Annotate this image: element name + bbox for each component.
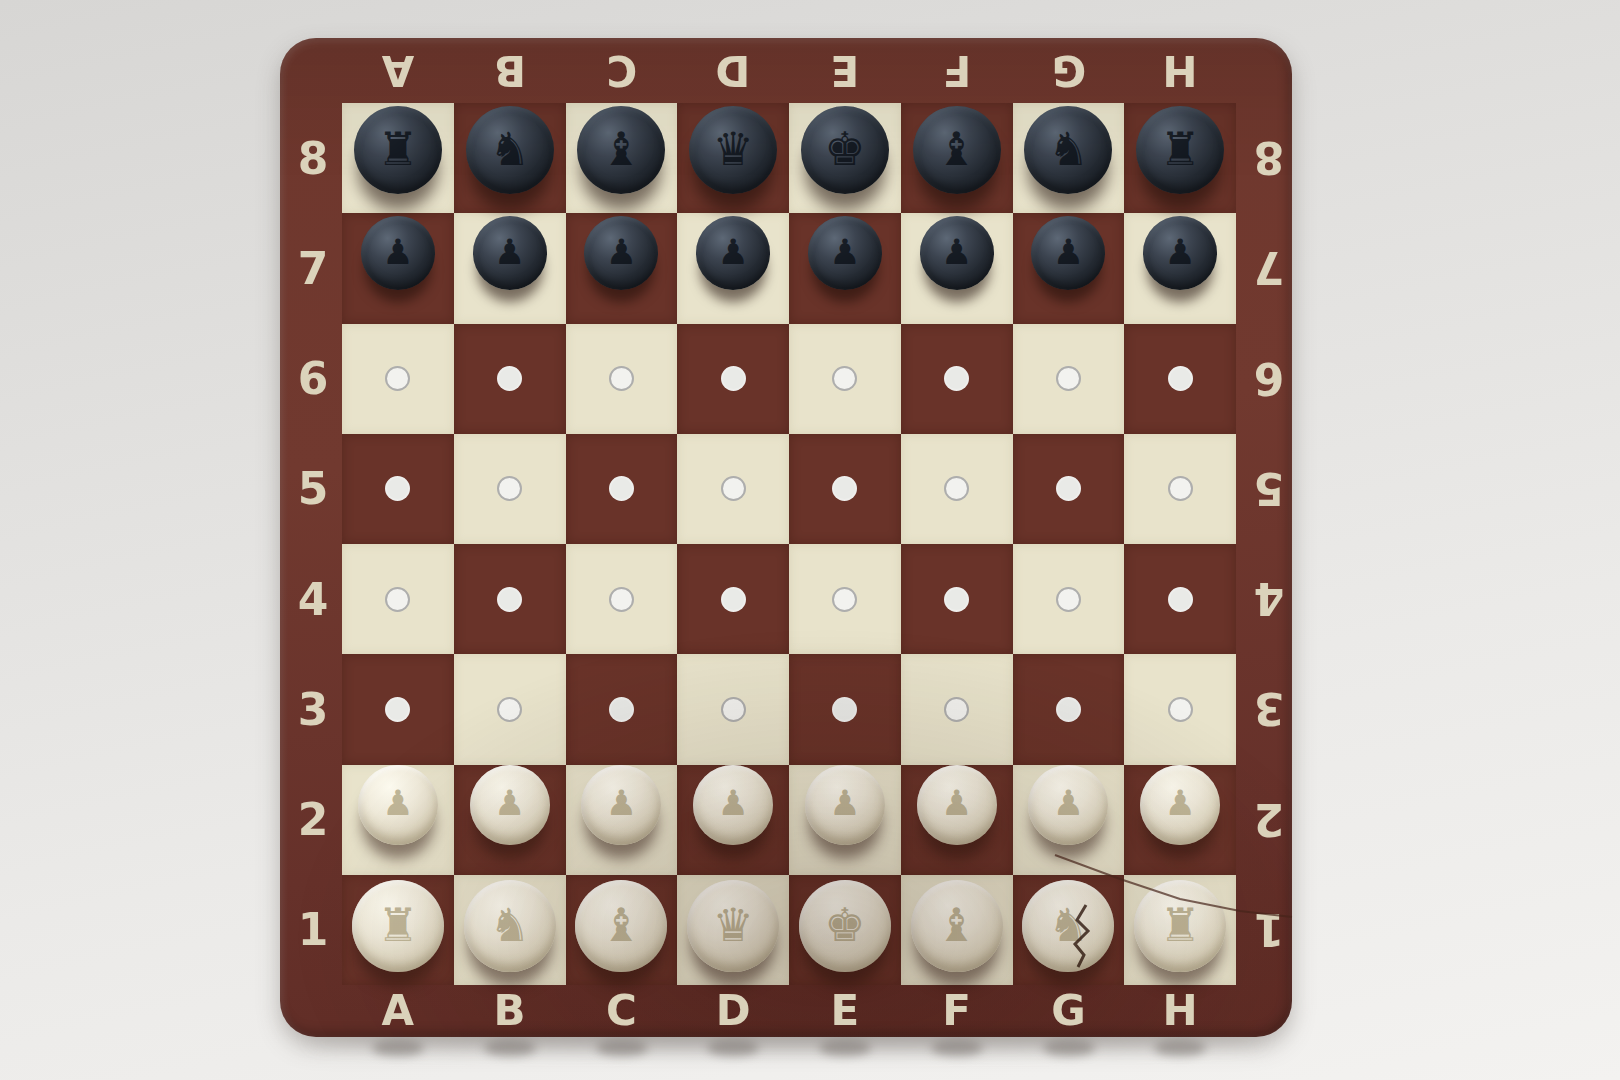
pawn-glyph: ♟ (606, 786, 637, 821)
peg-tip-shadow (596, 1040, 648, 1056)
file-labels-top: ABCDEFGH (342, 46, 1236, 96)
square-c2[interactable]: ♟ (566, 765, 678, 875)
piece-black-bishop-f8[interactable]: ♝ (913, 106, 1001, 194)
square-g5[interactable] (1013, 434, 1125, 544)
peg-tip-shadow (1043, 1040, 1095, 1056)
square-e7[interactable]: ♟ (789, 213, 901, 323)
rank-label-left-8: 8 (290, 103, 336, 213)
pawn-glyph: ♟ (941, 235, 972, 270)
rank-label-right-5: 5 (1246, 434, 1292, 544)
piece-black-pawn-f7[interactable]: ♟ (920, 216, 994, 290)
square-f5[interactable] (901, 434, 1013, 544)
peg-hole (1056, 366, 1081, 391)
bishop-glyph: ♝ (936, 126, 977, 172)
peg-hole (385, 697, 410, 722)
square-e5[interactable] (789, 434, 901, 544)
rank-label-left-7: 7 (290, 213, 336, 323)
peg-hole (721, 697, 746, 722)
piece-white-queen-d1[interactable]: ♛ (687, 880, 779, 972)
photo-scene: ABCDEFGH ABCDEFGH 87654321 87654321 ♜♞♝♛… (0, 0, 1620, 1080)
queen-glyph: ♛ (713, 902, 754, 948)
rank-label-right-3: 3 (1246, 654, 1292, 764)
square-b3[interactable] (454, 654, 566, 764)
piece-black-rook-a8[interactable]: ♜ (354, 106, 442, 194)
square-b6[interactable] (454, 324, 566, 434)
file-label-top-d: D (677, 46, 789, 96)
peg-hole (1056, 697, 1081, 722)
piece-black-knight-g8[interactable]: ♞ (1024, 106, 1112, 194)
bishop-glyph: ♝ (936, 902, 977, 948)
pawn-glyph: ♟ (717, 786, 748, 821)
peg-hole (944, 697, 969, 722)
square-g7[interactable]: ♟ (1013, 213, 1125, 323)
pawn-glyph: ♟ (382, 786, 413, 821)
file-label-bottom-h: H (1124, 986, 1236, 1035)
rook-glyph: ♜ (1160, 902, 1201, 948)
square-d1[interactable]: ♛ (677, 875, 789, 985)
piece-black-pawn-g7[interactable]: ♟ (1031, 216, 1105, 290)
square-f6[interactable] (901, 324, 1013, 434)
peg-hole (385, 587, 410, 612)
square-e4[interactable] (789, 544, 901, 654)
file-label-bottom-e: E (789, 986, 901, 1035)
rank-label-left-1: 1 (290, 875, 336, 985)
piece-white-pawn-h2[interactable]: ♟ (1140, 765, 1220, 845)
pawn-glyph: ♟ (829, 235, 860, 270)
piece-black-queen-d8[interactable]: ♛ (689, 106, 777, 194)
bishop-glyph: ♝ (601, 902, 642, 948)
peg-hole (385, 366, 410, 391)
peg-tip-shadow (1154, 1040, 1206, 1056)
pawn-glyph: ♟ (1164, 235, 1195, 270)
rank-label-right-6: 6 (1246, 324, 1292, 434)
piece-white-pawn-c2[interactable]: ♟ (581, 765, 661, 845)
square-h4[interactable] (1124, 544, 1236, 654)
square-c3[interactable] (566, 654, 678, 764)
peg-hole (609, 476, 634, 501)
piece-white-pawn-g2[interactable]: ♟ (1028, 765, 1108, 845)
rank-labels-left: 87654321 (290, 103, 336, 985)
square-h7[interactable]: ♟ (1124, 213, 1236, 323)
queen-glyph: ♛ (713, 126, 754, 172)
piece-white-rook-h1[interactable]: ♜ (1134, 880, 1226, 972)
rank-labels-right: 87654321 (1246, 103, 1292, 985)
square-h2[interactable]: ♟ (1124, 765, 1236, 875)
square-d6[interactable] (677, 324, 789, 434)
piece-black-pawn-a7[interactable]: ♟ (361, 216, 435, 290)
peg-hole (721, 366, 746, 391)
file-label-top-f: F (901, 46, 1013, 96)
rank-label-right-8: 8 (1246, 103, 1292, 213)
square-f7[interactable]: ♟ (901, 213, 1013, 323)
rank-label-left-2: 2 (290, 765, 336, 875)
piece-black-bishop-c8[interactable]: ♝ (577, 106, 665, 194)
pawn-glyph: ♟ (941, 786, 972, 821)
square-a5[interactable] (342, 434, 454, 544)
knight-glyph: ♞ (1048, 902, 1089, 948)
square-g6[interactable] (1013, 324, 1125, 434)
square-g1[interactable]: ♞ (1013, 875, 1125, 985)
rank-label-left-6: 6 (290, 324, 336, 434)
square-h5[interactable] (1124, 434, 1236, 544)
square-e2[interactable]: ♟ (789, 765, 901, 875)
peg-hole (944, 366, 969, 391)
piece-white-knight-b1[interactable]: ♞ (464, 880, 556, 972)
piece-black-knight-b8[interactable]: ♞ (466, 106, 554, 194)
piece-white-bishop-f1[interactable]: ♝ (911, 880, 1003, 972)
rank-label-right-2: 2 (1246, 765, 1292, 875)
square-d5[interactable] (677, 434, 789, 544)
piece-white-pawn-b2[interactable]: ♟ (470, 765, 550, 845)
king-glyph: ♚ (824, 126, 865, 172)
piece-white-pawn-e2[interactable]: ♟ (805, 765, 885, 845)
peg-hole (721, 476, 746, 501)
square-f3[interactable] (901, 654, 1013, 764)
peg-hole (497, 587, 522, 612)
square-e6[interactable] (789, 324, 901, 434)
square-a1[interactable]: ♜ (342, 875, 454, 985)
peg-hole (832, 476, 857, 501)
peg-tip-shadow (819, 1040, 871, 1056)
peg-hole (944, 476, 969, 501)
piece-black-king-e8[interactable]: ♚ (801, 106, 889, 194)
square-a8[interactable]: ♜ (342, 103, 454, 213)
square-b4[interactable] (454, 544, 566, 654)
pawn-glyph: ♟ (1164, 786, 1195, 821)
square-h6[interactable] (1124, 324, 1236, 434)
square-h8[interactable]: ♜ (1124, 103, 1236, 213)
square-e1[interactable]: ♚ (789, 875, 901, 985)
square-c5[interactable] (566, 434, 678, 544)
pawn-glyph: ♟ (1053, 235, 1084, 270)
square-a2[interactable]: ♟ (342, 765, 454, 875)
rank-label-left-5: 5 (290, 434, 336, 544)
peg-hole (609, 697, 634, 722)
file-label-top-c: C (566, 46, 678, 96)
square-g3[interactable] (1013, 654, 1125, 764)
square-f2[interactable]: ♟ (901, 765, 1013, 875)
piece-black-pawn-b7[interactable]: ♟ (473, 216, 547, 290)
piece-white-king-e1[interactable]: ♚ (799, 880, 891, 972)
file-label-top-a: A (342, 46, 454, 96)
peg-hole (497, 476, 522, 501)
file-label-bottom-f: F (901, 986, 1013, 1035)
peg-hole (832, 587, 857, 612)
peg-hole (832, 697, 857, 722)
square-c6[interactable] (566, 324, 678, 434)
piece-black-pawn-e7[interactable]: ♟ (808, 216, 882, 290)
peg-hole (1056, 476, 1081, 501)
rook-glyph: ♜ (377, 902, 418, 948)
peg-hole (385, 476, 410, 501)
piece-black-pawn-h7[interactable]: ♟ (1143, 216, 1217, 290)
pawn-glyph: ♟ (717, 235, 748, 270)
piece-black-rook-h8[interactable]: ♜ (1136, 106, 1224, 194)
file-label-bottom-d: D (677, 986, 789, 1035)
peg-hole (497, 366, 522, 391)
piece-white-pawn-a2[interactable]: ♟ (358, 765, 438, 845)
piece-white-pawn-d2[interactable]: ♟ (693, 765, 773, 845)
square-d7[interactable]: ♟ (677, 213, 789, 323)
square-c4[interactable] (566, 544, 678, 654)
rook-glyph: ♜ (377, 126, 418, 172)
piece-white-knight-g1[interactable]: ♞ (1022, 880, 1114, 972)
rank-label-right-1: 1 (1246, 875, 1292, 985)
peg-hole (1168, 697, 1193, 722)
knight-glyph: ♞ (489, 902, 530, 948)
pawn-glyph: ♟ (382, 235, 413, 270)
file-label-bottom-a: A (342, 986, 454, 1035)
board-grid: ♜♞♝♛♚♝♞♜♟♟♟♟♟♟♟♟♟♟♟♟♟♟♟♟♜♞♝♛♚♝♞♜ (342, 103, 1236, 985)
pawn-glyph: ♟ (494, 786, 525, 821)
square-g2[interactable]: ♟ (1013, 765, 1125, 875)
peg-hole (1056, 587, 1081, 612)
peg-hole (1168, 366, 1193, 391)
piece-white-rook-a1[interactable]: ♜ (352, 880, 444, 972)
square-e8[interactable]: ♚ (789, 103, 901, 213)
square-b8[interactable]: ♞ (454, 103, 566, 213)
square-b2[interactable]: ♟ (454, 765, 566, 875)
peg-hole (609, 587, 634, 612)
bishop-glyph: ♝ (601, 126, 642, 172)
square-f4[interactable] (901, 544, 1013, 654)
file-label-bottom-b: B (454, 986, 566, 1035)
square-g4[interactable] (1013, 544, 1125, 654)
peg-hole (1168, 476, 1193, 501)
file-label-top-e: E (789, 46, 901, 96)
square-b7[interactable]: ♟ (454, 213, 566, 323)
piece-white-bishop-c1[interactable]: ♝ (575, 880, 667, 972)
peg-tip-shadow (372, 1040, 424, 1056)
square-a4[interactable] (342, 544, 454, 654)
file-label-top-g: G (1013, 46, 1125, 96)
square-a3[interactable] (342, 654, 454, 764)
square-h3[interactable] (1124, 654, 1236, 764)
rank-label-right-7: 7 (1246, 213, 1292, 323)
piece-white-pawn-f2[interactable]: ♟ (917, 765, 997, 845)
piece-black-pawn-c7[interactable]: ♟ (584, 216, 658, 290)
rank-label-left-4: 4 (290, 544, 336, 654)
chess-board: ABCDEFGH ABCDEFGH 87654321 87654321 ♜♞♝♛… (280, 38, 1292, 1037)
square-b5[interactable] (454, 434, 566, 544)
rank-label-right-4: 4 (1246, 544, 1292, 654)
square-a6[interactable] (342, 324, 454, 434)
square-d2[interactable]: ♟ (677, 765, 789, 875)
pawn-glyph: ♟ (1053, 786, 1084, 821)
peg-hole (1168, 587, 1193, 612)
peg-tip-shadow (484, 1040, 536, 1056)
file-label-top-h: H (1124, 46, 1236, 96)
knight-glyph: ♞ (1048, 126, 1089, 172)
square-c7[interactable]: ♟ (566, 213, 678, 323)
rook-glyph: ♜ (1160, 126, 1201, 172)
peg-hole (944, 587, 969, 612)
square-f8[interactable]: ♝ (901, 103, 1013, 213)
square-c1[interactable]: ♝ (566, 875, 678, 985)
square-g8[interactable]: ♞ (1013, 103, 1125, 213)
peg-tip-shadow (931, 1040, 983, 1056)
square-d4[interactable] (677, 544, 789, 654)
knight-glyph: ♞ (489, 126, 530, 172)
square-b1[interactable]: ♞ (454, 875, 566, 985)
square-d8[interactable]: ♛ (677, 103, 789, 213)
file-label-bottom-g: G (1013, 986, 1125, 1035)
rank-label-left-3: 3 (290, 654, 336, 764)
square-c8[interactable]: ♝ (566, 103, 678, 213)
file-label-bottom-c: C (566, 986, 678, 1035)
square-f1[interactable]: ♝ (901, 875, 1013, 985)
square-a7[interactable]: ♟ (342, 213, 454, 323)
pawn-glyph: ♟ (606, 235, 637, 270)
peg-hole (497, 697, 522, 722)
king-glyph: ♚ (824, 902, 865, 948)
piece-black-pawn-d7[interactable]: ♟ (696, 216, 770, 290)
pawn-glyph: ♟ (494, 235, 525, 270)
file-labels-bottom: ABCDEFGH (342, 986, 1236, 1034)
peg-hole (832, 366, 857, 391)
file-label-top-b: B (454, 46, 566, 96)
peg-hole (609, 366, 634, 391)
square-h1[interactable]: ♜ (1124, 875, 1236, 985)
pawn-glyph: ♟ (829, 786, 860, 821)
square-d3[interactable] (677, 654, 789, 764)
peg-hole (721, 587, 746, 612)
square-e3[interactable] (789, 654, 901, 764)
peg-tip-shadow (707, 1040, 759, 1056)
